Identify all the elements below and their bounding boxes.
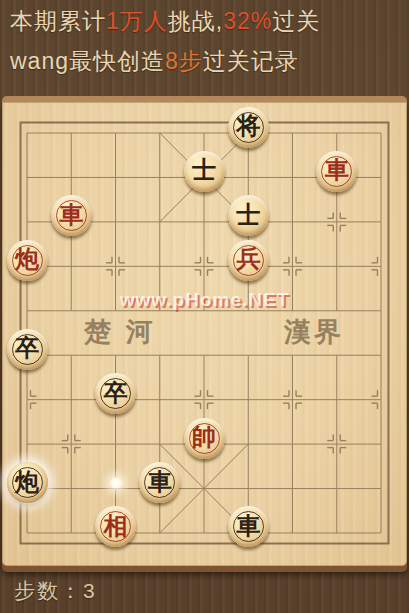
piece-black-advisor[interactable]: 士 [228, 195, 269, 236]
xiangqi-app-screen: { "game": "xiangqi", "header": { "line1"… [0, 0, 409, 613]
piece-character: 卒 [15, 336, 39, 360]
piece-character: 車 [148, 470, 172, 494]
stat-text-segment: 挑战, [168, 8, 223, 34]
piece-black-general[interactable]: 将 [228, 107, 269, 148]
stat-text-segment: 32% [223, 8, 272, 34]
piece-red-general[interactable]: 帥 [184, 418, 225, 459]
piece-black-soldier[interactable]: 卒 [95, 373, 136, 414]
piece-character: 兵 [236, 247, 260, 271]
stat-text-segment: 8步 [165, 48, 203, 74]
piece-character: 士 [236, 203, 260, 227]
record-stats-line: wang最快创造8步过关记录 [10, 48, 405, 74]
move-hint-dot[interactable] [110, 477, 122, 489]
piece-character: 帥 [192, 425, 216, 449]
move-counter-value: 3 [83, 579, 97, 602]
stat-text-segment: 过关记录 [203, 48, 299, 74]
stat-text-segment: wang最快创造 [10, 48, 165, 74]
piece-character: 炮 [15, 470, 39, 494]
piece-character: 炮 [15, 247, 39, 271]
move-counter-label: 步数： [14, 579, 83, 602]
piece-character: 車 [59, 203, 83, 227]
piece-character: 相 [104, 514, 128, 538]
piece-black-soldier[interactable]: 卒 [7, 329, 48, 370]
move-counter: 步数：3 [14, 577, 97, 605]
piece-black-cannon[interactable]: 炮 [7, 462, 48, 503]
piece-character: 卒 [104, 381, 128, 405]
piece-black-advisor[interactable]: 士 [184, 151, 225, 192]
piece-character: 将 [236, 114, 260, 138]
challenge-stats-line: 本期累计1万人挑战,32%过关 [10, 8, 405, 34]
piece-red-cannon[interactable]: 炮 [7, 240, 48, 281]
piece-black-chariot[interactable]: 車 [139, 462, 180, 503]
stat-text-segment: 本期累计 [10, 8, 106, 34]
piece-red-chariot[interactable]: 車 [51, 195, 92, 236]
stat-text-segment: 过关 [272, 8, 320, 34]
piece-character: 車 [236, 514, 260, 538]
piece-red-soldier[interactable]: 兵 [228, 240, 269, 281]
piece-black-chariot[interactable]: 車 [228, 506, 269, 547]
piece-character: 車 [325, 158, 349, 182]
piece-character: 士 [192, 158, 216, 182]
stat-text-segment: 1万人 [106, 8, 168, 34]
piece-red-chariot[interactable]: 車 [316, 151, 357, 192]
